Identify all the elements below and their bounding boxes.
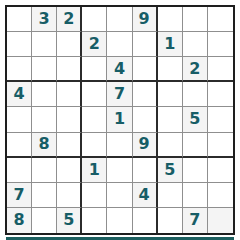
cell-r9c4[interactable]	[82, 208, 107, 233]
cell-r6c7[interactable]	[158, 133, 183, 158]
cell-r1c7[interactable]	[158, 7, 183, 32]
cell-r9c3[interactable]: 5	[57, 208, 82, 233]
cell-r5c1[interactable]	[7, 107, 32, 132]
cell-r2c5[interactable]	[107, 32, 132, 57]
cell-r3c8[interactable]: 2	[183, 57, 208, 82]
cell-r1c1[interactable]	[7, 7, 32, 32]
cell-r6c9[interactable]	[208, 133, 233, 158]
cell-r9c6[interactable]	[133, 208, 158, 233]
cell-r4c8[interactable]	[183, 82, 208, 107]
cell-r8c5[interactable]	[107, 183, 132, 208]
cell-r7c9[interactable]	[208, 158, 233, 183]
cell-r5c9[interactable]	[208, 107, 233, 132]
cell-r1c3[interactable]: 2	[57, 7, 82, 32]
cell-r7c8[interactable]	[183, 158, 208, 183]
cell-r6c3[interactable]	[57, 133, 82, 158]
cell-r3c4[interactable]	[82, 57, 107, 82]
cell-r8c2[interactable]	[32, 183, 57, 208]
cell-r1c4[interactable]	[82, 7, 107, 32]
cell-r8c4[interactable]	[82, 183, 107, 208]
cell-r6c4[interactable]	[82, 133, 107, 158]
sudoku-board: 32921424715891574857	[5, 5, 235, 235]
cell-r4c5[interactable]: 7	[107, 82, 132, 107]
cell-r8c3[interactable]	[57, 183, 82, 208]
cell-r5c4[interactable]	[82, 107, 107, 132]
cell-r2c3[interactable]	[57, 32, 82, 57]
cell-r7c3[interactable]	[57, 158, 82, 183]
cell-r3c6[interactable]	[133, 57, 158, 82]
cell-r5c6[interactable]	[133, 107, 158, 132]
cell-r5c7[interactable]	[158, 107, 183, 132]
cell-r6c2[interactable]: 8	[32, 133, 57, 158]
cell-r4c7[interactable]	[158, 82, 183, 107]
cell-r4c9[interactable]	[208, 82, 233, 107]
cell-r9c9[interactable]	[208, 208, 233, 233]
cell-r3c5[interactable]: 4	[107, 57, 132, 82]
cell-r3c1[interactable]	[7, 57, 32, 82]
cell-r2c1[interactable]	[7, 32, 32, 57]
cell-r2c8[interactable]	[183, 32, 208, 57]
cell-r4c6[interactable]	[133, 82, 158, 107]
cell-r4c1[interactable]: 4	[7, 82, 32, 107]
cell-r7c1[interactable]	[7, 158, 32, 183]
cell-r9c1[interactable]: 8	[7, 208, 32, 233]
cell-r8c6[interactable]: 4	[133, 183, 158, 208]
cell-r7c6[interactable]	[133, 158, 158, 183]
cell-r3c9[interactable]	[208, 57, 233, 82]
cell-r9c7[interactable]	[158, 208, 183, 233]
cell-r8c9[interactable]	[208, 183, 233, 208]
cell-r3c7[interactable]	[158, 57, 183, 82]
cell-r4c4[interactable]	[82, 82, 107, 107]
cell-r2c9[interactable]	[208, 32, 233, 57]
cell-r1c9[interactable]	[208, 7, 233, 32]
cell-r1c6[interactable]: 9	[133, 7, 158, 32]
cell-r3c3[interactable]	[57, 57, 82, 82]
cell-r4c3[interactable]	[57, 82, 82, 107]
cell-r7c4[interactable]: 1	[82, 158, 107, 183]
cell-r1c2[interactable]: 3	[32, 7, 57, 32]
cell-r1c8[interactable]	[183, 7, 208, 32]
cell-r5c2[interactable]	[32, 107, 57, 132]
cell-r2c2[interactable]	[32, 32, 57, 57]
cell-r9c8[interactable]: 7	[183, 208, 208, 233]
cell-r2c7[interactable]: 1	[158, 32, 183, 57]
cell-r7c5[interactable]	[107, 158, 132, 183]
cell-r6c8[interactable]	[183, 133, 208, 158]
cell-r8c8[interactable]	[183, 183, 208, 208]
cell-r9c5[interactable]	[107, 208, 132, 233]
cell-r2c4[interactable]: 2	[82, 32, 107, 57]
cell-r9c2[interactable]	[32, 208, 57, 233]
cell-r3c2[interactable]	[32, 57, 57, 82]
cell-r5c5[interactable]: 1	[107, 107, 132, 132]
cell-r1c5[interactable]	[107, 7, 132, 32]
cell-r4c2[interactable]	[32, 82, 57, 107]
cell-r5c3[interactable]	[57, 107, 82, 132]
sudoku-app: 32921424715891574857	[0, 0, 240, 240]
cell-r8c1[interactable]: 7	[7, 183, 32, 208]
cell-r7c7[interactable]: 5	[158, 158, 183, 183]
cell-r7c2[interactable]	[32, 158, 57, 183]
cell-r6c6[interactable]: 9	[133, 133, 158, 158]
cell-r5c8[interactable]: 5	[183, 107, 208, 132]
cell-r8c7[interactable]	[158, 183, 183, 208]
cell-r6c1[interactable]	[7, 133, 32, 158]
cell-r6c5[interactable]	[107, 133, 132, 158]
cell-r2c6[interactable]	[133, 32, 158, 57]
